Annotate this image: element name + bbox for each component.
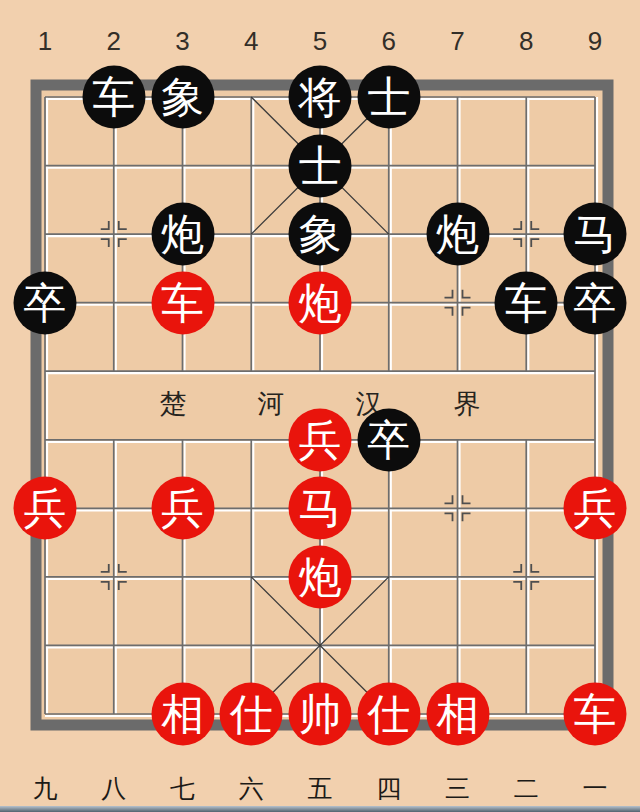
bottom-column-label: 七: [170, 772, 195, 805]
top-column-label: 4: [244, 26, 258, 57]
piece-red-soldier[interactable]: 兵: [151, 477, 214, 540]
piece-black-soldier[interactable]: 卒: [14, 271, 77, 334]
top-column-label: 6: [382, 26, 396, 57]
piece-black-elephant[interactable]: 象: [289, 203, 352, 266]
piece-red-elephant[interactable]: 相: [151, 683, 214, 746]
piece-red-soldier[interactable]: 兵: [289, 408, 352, 471]
bottom-column-label: 三: [445, 772, 470, 805]
piece-red-advisor[interactable]: 仕: [357, 683, 420, 746]
top-column-label: 1: [38, 26, 52, 57]
piece-red-chariot[interactable]: 车: [151, 271, 214, 334]
piece-red-cannon[interactable]: 炮: [289, 271, 352, 334]
top-column-label: 3: [175, 26, 189, 57]
bottom-column-label: 五: [308, 772, 333, 805]
piece-black-chariot[interactable]: 车: [82, 66, 145, 129]
bottom-column-label: 六: [239, 772, 264, 805]
piece-red-elephant[interactable]: 相: [426, 683, 489, 746]
bottom-column-label: 一: [583, 772, 608, 805]
bottom-column-label: 四: [376, 772, 401, 805]
river-text-char: 界: [454, 386, 481, 422]
bottom-column-label: 八: [101, 772, 126, 805]
piece-red-cannon[interactable]: 炮: [289, 545, 352, 608]
top-column-label: 9: [588, 26, 602, 57]
window-bottom-edge: [0, 806, 640, 812]
piece-black-cannon[interactable]: 炮: [151, 203, 214, 266]
piece-red-advisor[interactable]: 仕: [220, 683, 283, 746]
piece-black-general[interactable]: 将: [289, 66, 352, 129]
piece-red-horse[interactable]: 马: [289, 477, 352, 540]
piece-red-general[interactable]: 帅: [289, 683, 352, 746]
top-column-label: 7: [450, 26, 464, 57]
piece-black-elephant[interactable]: 象: [151, 66, 214, 129]
river-text-char: 河: [258, 386, 285, 422]
piece-black-soldier[interactable]: 卒: [564, 271, 627, 334]
piece-black-advisor[interactable]: 士: [289, 134, 352, 197]
piece-red-chariot[interactable]: 车: [564, 683, 627, 746]
top-column-label: 2: [107, 26, 121, 57]
piece-red-soldier[interactable]: 兵: [564, 477, 627, 540]
piece-black-advisor[interactable]: 士: [357, 66, 420, 129]
top-column-label: 5: [313, 26, 327, 57]
piece-black-horse[interactable]: 马: [564, 203, 627, 266]
bottom-column-label: 九: [33, 772, 58, 805]
river-text-char: 楚: [160, 386, 187, 422]
xiangqi-app: 123456789 楚河汉界 车象将士士炮象炮马卒车卒卒车炮兵兵兵马兵炮相仕帅仕…: [0, 0, 640, 812]
piece-black-soldier[interactable]: 卒: [357, 408, 420, 471]
top-column-label: 8: [519, 26, 533, 57]
bottom-column-label: 二: [514, 772, 539, 805]
piece-black-chariot[interactable]: 车: [495, 271, 558, 334]
piece-red-soldier[interactable]: 兵: [14, 477, 77, 540]
piece-black-cannon[interactable]: 炮: [426, 203, 489, 266]
